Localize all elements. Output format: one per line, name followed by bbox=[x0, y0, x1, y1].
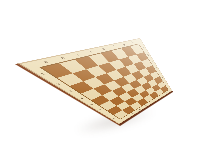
chessboard-product-photo: abcdefgh abcdefgh 12345678 12345678 bbox=[0, 0, 200, 166]
